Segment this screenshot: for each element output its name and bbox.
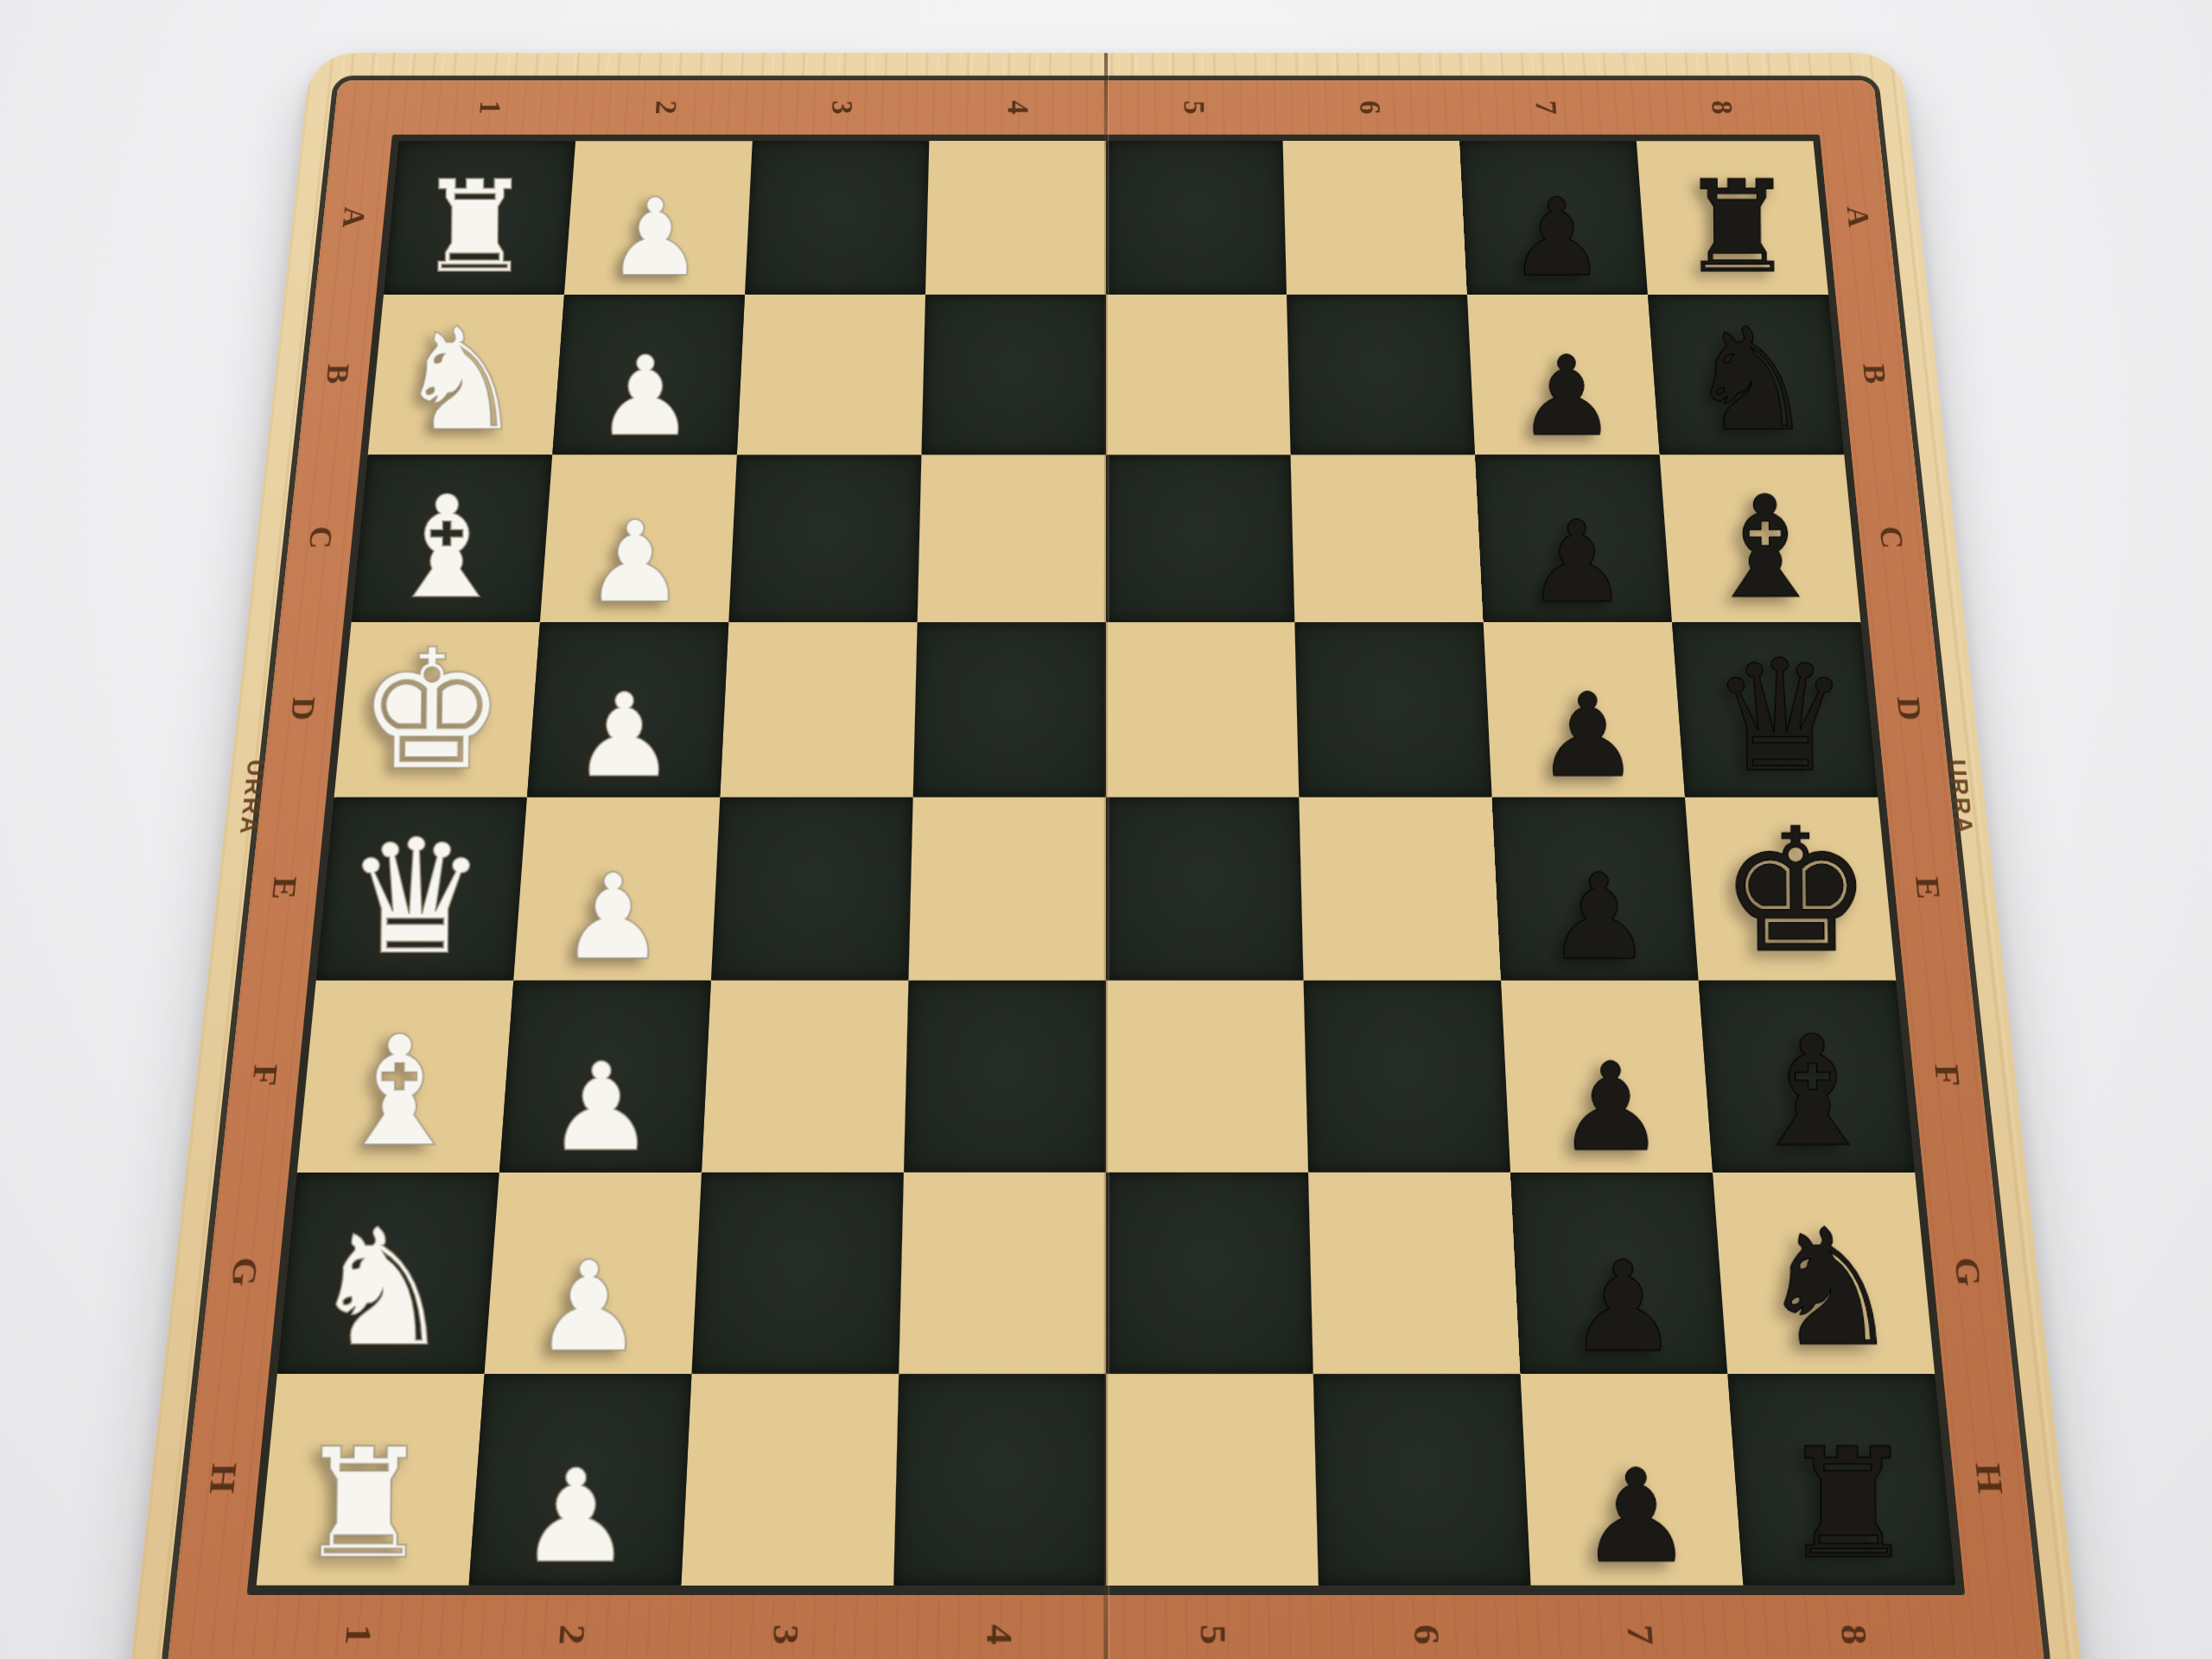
white-bishop[interactable]: ♝: [382, 477, 511, 618]
square-c6[interactable]: [1291, 454, 1484, 622]
black-pawn[interactable]: ♟: [1516, 341, 1617, 451]
white-pawn[interactable]: ♟: [572, 678, 677, 794]
square-c3[interactable]: [728, 454, 921, 622]
square-c4[interactable]: [918, 454, 1106, 622]
square-d1[interactable]: ♚: [334, 622, 540, 798]
black-pawn[interactable]: ♟: [1546, 858, 1653, 976]
square-b6[interactable]: [1287, 295, 1475, 454]
white-pawn[interactable]: ♟: [532, 1244, 645, 1370]
square-g6[interactable]: [1308, 1173, 1521, 1374]
square-e5[interactable]: [1106, 798, 1304, 981]
photo-scene: 12345678 12345678 ABCDEFGH ABCDEFGH URRA…: [335, 67, 1877, 1512]
square-d8[interactable]: ♛: [1672, 622, 1878, 798]
black-pawn[interactable]: ♟: [1526, 505, 1629, 618]
black-pawn[interactable]: ♟: [1579, 1452, 1694, 1581]
black-queen[interactable]: ♛: [1710, 639, 1851, 793]
square-b5[interactable]: [1106, 295, 1291, 454]
square-d5[interactable]: [1106, 622, 1299, 798]
square-b2[interactable]: ♟: [552, 295, 745, 454]
black-king[interactable]: ♚: [1719, 806, 1873, 976]
black-pawn[interactable]: ♟: [1535, 678, 1640, 794]
white-pawn[interactable]: ♟: [583, 505, 686, 618]
square-g8[interactable]: ♞: [1713, 1173, 1935, 1374]
square-b7[interactable]: ♟: [1467, 295, 1660, 454]
square-f3[interactable]: [702, 981, 909, 1173]
square-f6[interactable]: [1304, 981, 1511, 1173]
square-d6[interactable]: [1294, 622, 1491, 798]
square-g1[interactable]: ♞: [277, 1173, 499, 1374]
white-king[interactable]: ♚: [356, 627, 507, 793]
black-knight[interactable]: ♞: [1758, 1209, 1903, 1370]
black-rook[interactable]: ♜: [1780, 1428, 1917, 1580]
black-pawn[interactable]: ♟: [1567, 1244, 1680, 1370]
square-g3[interactable]: [691, 1173, 904, 1374]
square-d3[interactable]: [720, 622, 917, 798]
white-bishop[interactable]: ♝: [330, 1016, 468, 1168]
white-pawn[interactable]: ♟: [606, 184, 703, 291]
square-b3[interactable]: [737, 295, 925, 454]
square-f2[interactable]: ♟: [499, 981, 711, 1173]
square-d2[interactable]: ♟: [527, 622, 728, 798]
white-pawn[interactable]: ♟: [595, 341, 696, 451]
white-queen[interactable]: ♛: [344, 818, 488, 976]
black-bishop[interactable]: ♝: [1744, 1016, 1882, 1168]
white-pawn[interactable]: ♟: [546, 1046, 656, 1168]
white-rook[interactable]: ♜: [295, 1428, 432, 1580]
square-d4[interactable]: [913, 622, 1106, 798]
square-c2[interactable]: ♟: [540, 454, 737, 622]
square-f7[interactable]: ♟: [1501, 981, 1713, 1173]
square-f4[interactable]: [904, 981, 1106, 1173]
square-g4[interactable]: [899, 1173, 1106, 1374]
white-knight[interactable]: ♞: [397, 310, 526, 452]
square-f5[interactable]: [1106, 981, 1308, 1173]
square-e4[interactable]: [908, 798, 1106, 981]
square-h7[interactable]: ♟: [1521, 1374, 1744, 1586]
black-knight[interactable]: ♞: [1687, 310, 1816, 452]
square-g7[interactable]: ♟: [1510, 1173, 1727, 1374]
black-pawn[interactable]: ♟: [1508, 184, 1605, 291]
square-b4[interactable]: [921, 295, 1106, 454]
black-bishop[interactable]: ♝: [1701, 477, 1830, 618]
rank-labels-bottom: 12345678: [248, 1595, 1965, 1659]
square-b1[interactable]: ♞: [368, 295, 564, 454]
black-rook[interactable]: ♜: [1679, 164, 1796, 291]
square-h2[interactable]: ♟: [469, 1374, 692, 1586]
square-c7[interactable]: ♟: [1475, 454, 1672, 622]
square-c5[interactable]: [1106, 454, 1294, 622]
black-pawn[interactable]: ♟: [1556, 1046, 1666, 1168]
square-e3[interactable]: [711, 798, 913, 981]
white-pawn[interactable]: ♟: [518, 1452, 633, 1581]
square-e6[interactable]: [1299, 798, 1501, 981]
white-knight[interactable]: ♞: [309, 1209, 454, 1370]
square-d7[interactable]: ♟: [1484, 622, 1685, 798]
square-g5[interactable]: [1106, 1173, 1313, 1374]
square-e8[interactable]: ♚: [1685, 798, 1896, 981]
white-pawn[interactable]: ♟: [559, 858, 666, 976]
square-g2[interactable]: ♟: [485, 1173, 702, 1374]
square-e7[interactable]: ♟: [1492, 798, 1699, 981]
square-e1[interactable]: ♛: [316, 798, 527, 981]
square-e2[interactable]: ♟: [513, 798, 720, 981]
white-rook[interactable]: ♜: [416, 164, 533, 291]
square-b8[interactable]: ♞: [1648, 295, 1844, 454]
chess-board: 12345678 12345678 ABCDEFGH ABCDEFGH URRA…: [124, 53, 2087, 1659]
